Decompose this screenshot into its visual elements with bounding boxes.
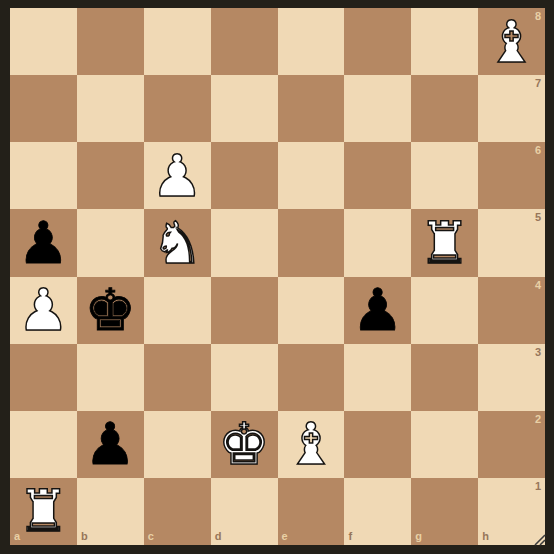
square-b2[interactable]: ♟ [77, 411, 144, 478]
square-e5[interactable] [278, 209, 345, 276]
square-g6[interactable] [411, 142, 478, 209]
square-f5[interactable] [344, 209, 411, 276]
rank-label-4: 4 [535, 280, 541, 291]
square-e3[interactable] [278, 344, 345, 411]
piece-white-rook[interactable]: ♜ [10, 478, 77, 545]
square-a2[interactable] [10, 411, 77, 478]
file-label-c: c [148, 531, 154, 542]
file-label-f: f [348, 531, 352, 542]
square-d3[interactable] [211, 344, 278, 411]
square-c6[interactable]: ♟ [144, 142, 211, 209]
rank-label-3: 3 [535, 347, 541, 358]
square-e8[interactable] [278, 8, 345, 75]
rank-label-6: 6 [535, 145, 541, 156]
square-b6[interactable] [77, 142, 144, 209]
square-d1[interactable]: d [211, 478, 278, 545]
square-g5[interactable]: ♜ [411, 209, 478, 276]
square-d2[interactable]: ♚ [211, 411, 278, 478]
square-d6[interactable] [211, 142, 278, 209]
board-resize-handle[interactable] [533, 533, 547, 547]
square-g2[interactable] [411, 411, 478, 478]
square-f8[interactable] [344, 8, 411, 75]
square-d8[interactable] [211, 8, 278, 75]
piece-white-pawn[interactable]: ♟ [144, 142, 211, 209]
chessboard-frame: ♝87♟6♟♞♜5♟♚♟43♟♚♝2♜abcdefgh1 [0, 0, 554, 554]
square-c4[interactable] [144, 277, 211, 344]
square-f7[interactable] [344, 75, 411, 142]
square-c3[interactable] [144, 344, 211, 411]
square-c1[interactable]: c [144, 478, 211, 545]
square-a4[interactable]: ♟ [10, 277, 77, 344]
square-f4[interactable]: ♟ [344, 277, 411, 344]
square-d7[interactable] [211, 75, 278, 142]
rank-label-5: 5 [535, 212, 541, 223]
rank-label-7: 7 [535, 78, 541, 89]
square-e4[interactable] [278, 277, 345, 344]
piece-white-rook[interactable]: ♜ [411, 209, 478, 276]
file-label-b: b [81, 531, 88, 542]
file-label-e: e [282, 531, 288, 542]
rank-label-2: 2 [535, 414, 541, 425]
square-g8[interactable] [411, 8, 478, 75]
square-g4[interactable] [411, 277, 478, 344]
square-e7[interactable] [278, 75, 345, 142]
file-label-d: d [215, 531, 222, 542]
square-h5[interactable]: 5 [478, 209, 545, 276]
file-label-h: h [482, 531, 489, 542]
square-a5[interactable]: ♟ [10, 209, 77, 276]
piece-white-knight[interactable]: ♞ [144, 209, 211, 276]
piece-black-pawn[interactable]: ♟ [77, 411, 144, 478]
square-a6[interactable] [10, 142, 77, 209]
piece-white-pawn[interactable]: ♟ [10, 277, 77, 344]
square-d4[interactable] [211, 277, 278, 344]
square-f3[interactable] [344, 344, 411, 411]
square-a3[interactable] [10, 344, 77, 411]
file-label-g: g [415, 531, 422, 542]
chessboard: ♝87♟6♟♞♜5♟♚♟43♟♚♝2♜abcdefgh1 [10, 8, 545, 545]
piece-white-bishop[interactable]: ♝ [278, 411, 345, 478]
square-g1[interactable]: g [411, 478, 478, 545]
square-b3[interactable] [77, 344, 144, 411]
piece-white-bishop[interactable]: ♝ [478, 8, 545, 75]
piece-black-pawn[interactable]: ♟ [10, 209, 77, 276]
square-f1[interactable]: f [344, 478, 411, 545]
square-c8[interactable] [144, 8, 211, 75]
piece-white-king[interactable]: ♚ [211, 411, 278, 478]
square-a7[interactable] [10, 75, 77, 142]
rank-label-1: 1 [535, 481, 541, 492]
square-e2[interactable]: ♝ [278, 411, 345, 478]
square-f6[interactable] [344, 142, 411, 209]
square-h4[interactable]: 4 [478, 277, 545, 344]
square-h7[interactable]: 7 [478, 75, 545, 142]
square-c5[interactable]: ♞ [144, 209, 211, 276]
square-h2[interactable]: 2 [478, 411, 545, 478]
piece-black-king[interactable]: ♚ [77, 277, 144, 344]
square-h3[interactable]: 3 [478, 344, 545, 411]
square-f2[interactable] [344, 411, 411, 478]
square-b4[interactable]: ♚ [77, 277, 144, 344]
square-a8[interactable] [10, 8, 77, 75]
square-b5[interactable] [77, 209, 144, 276]
square-g3[interactable] [411, 344, 478, 411]
square-e1[interactable]: e [278, 478, 345, 545]
square-g7[interactable] [411, 75, 478, 142]
square-b8[interactable] [77, 8, 144, 75]
square-b7[interactable] [77, 75, 144, 142]
square-c7[interactable] [144, 75, 211, 142]
piece-black-pawn[interactable]: ♟ [344, 277, 411, 344]
square-d5[interactable] [211, 209, 278, 276]
square-b1[interactable]: b [77, 478, 144, 545]
square-h6[interactable]: 6 [478, 142, 545, 209]
square-c2[interactable] [144, 411, 211, 478]
square-e6[interactable] [278, 142, 345, 209]
square-h8[interactable]: ♝8 [478, 8, 545, 75]
square-a1[interactable]: ♜a [10, 478, 77, 545]
